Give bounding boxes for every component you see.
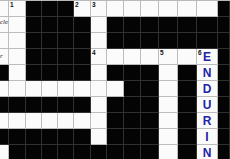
black-cell-r5c8	[124, 81, 141, 97]
cutoff-clue-text-fragment: cle	[0, 19, 8, 26]
cell-r7c12[interactable]: R	[197, 113, 218, 129]
black-cell-r9c8	[124, 145, 141, 159]
cell-r5c7[interactable]	[107, 81, 124, 97]
cell-r7c2[interactable]	[26, 113, 42, 129]
black-cell-r9c9	[141, 145, 159, 159]
black-cell-r6c8	[124, 97, 141, 113]
black-cell-r7c8	[124, 113, 141, 129]
black-cell-r4c8	[124, 65, 141, 81]
black-cell-r1c10	[159, 17, 178, 33]
cell-r6c12[interactable]: U	[197, 97, 218, 113]
cell-r1c6[interactable]	[91, 17, 107, 33]
black-cell-r2c3	[42, 33, 58, 49]
black-cell-r1c9	[141, 17, 159, 33]
black-cell-r7c11	[178, 113, 197, 129]
cell-r0c12[interactable]	[197, 1, 218, 17]
cell-r0c7[interactable]	[107, 1, 124, 17]
cell-r7c10[interactable]	[159, 113, 178, 129]
clue-number-4: 4	[92, 49, 96, 56]
black-cell-r9c7	[107, 145, 124, 159]
black-cell-r8c9	[141, 129, 159, 145]
black-cell-r8c8	[124, 129, 141, 145]
black-cell-r9c3	[42, 145, 58, 159]
black-cell-r6c13	[218, 97, 230, 113]
black-cell-r1c8	[124, 17, 141, 33]
cell-r3c7[interactable]	[107, 49, 124, 65]
cell-r3c12[interactable]: 6E	[197, 49, 218, 65]
black-cell-r8c5	[74, 129, 91, 145]
black-cell-r9c1	[9, 145, 26, 159]
cell-r1c1[interactable]	[9, 17, 26, 33]
black-cell-r6c1	[9, 97, 26, 113]
cell-r7c5[interactable]	[74, 113, 91, 129]
cell-r0c11[interactable]	[178, 1, 197, 17]
cell-r8c6[interactable]	[91, 129, 107, 145]
cell-r5c10[interactable]	[159, 81, 178, 97]
cell-r4c12[interactable]: N	[197, 65, 218, 81]
black-cell-r3c2	[26, 49, 42, 65]
cell-r3c6[interactable]: 4	[91, 49, 107, 65]
cell-r0c9[interactable]	[141, 1, 159, 17]
black-cell-r9c6	[91, 145, 107, 159]
answer-letter-U-r6: U	[197, 97, 217, 112]
black-cell-r8c11	[178, 129, 197, 145]
cell-r6c6[interactable]	[91, 97, 107, 113]
cell-r4c6[interactable]	[91, 65, 107, 81]
cell-r0c0[interactable]	[0, 1, 9, 17]
crossword-grid: 123cler456ENDURIN	[0, 0, 230, 159]
black-cell-r3c3	[42, 49, 58, 65]
black-cell-r2c10	[159, 33, 178, 49]
cell-r0c1[interactable]: 1	[9, 1, 26, 17]
black-cell-r4c11	[178, 65, 197, 81]
black-cell-r4c5	[74, 65, 91, 81]
black-cell-r4c3	[42, 65, 58, 81]
black-cell-r2c4	[58, 33, 74, 49]
black-cell-r1c11	[178, 17, 197, 33]
black-cell-r7c13	[218, 113, 230, 129]
cell-r0c6[interactable]: 3	[91, 1, 107, 17]
black-cell-r5c9	[141, 81, 159, 97]
cell-r5c2[interactable]	[26, 81, 42, 97]
answer-letter-N-r4: N	[197, 65, 217, 80]
cell-r6c10[interactable]	[159, 97, 178, 113]
black-cell-r1c7	[107, 17, 124, 33]
cell-r9c10[interactable]	[159, 145, 178, 159]
black-cell-r6c4	[58, 97, 74, 113]
cell-r2c1[interactable]	[9, 33, 26, 49]
black-cell-r2c8	[124, 33, 141, 49]
cell-r5c4[interactable]	[58, 81, 74, 97]
cell-r0c10[interactable]	[159, 1, 178, 17]
black-cell-r9c4	[58, 145, 74, 159]
crossword-screenshot: 123cler456ENDURIN	[0, 0, 230, 159]
black-cell-r8c2	[26, 129, 42, 145]
black-cell-r8c4	[58, 129, 74, 145]
black-cell-r0c4	[58, 1, 74, 17]
cell-r7c1[interactable]	[9, 113, 26, 129]
black-cell-r6c11	[178, 97, 197, 113]
black-cell-r4c4	[58, 65, 74, 81]
black-cell-r4c13	[218, 65, 230, 81]
cell-r5c1[interactable]	[9, 81, 26, 97]
black-cell-r1c3	[42, 17, 58, 33]
black-cell-r6c9	[141, 97, 159, 113]
cell-r1c0[interactable]: cle	[0, 17, 9, 33]
cell-r7c6[interactable]	[91, 113, 107, 129]
answer-letter-D-r5: D	[197, 81, 217, 96]
black-cell-r3c4	[58, 49, 74, 65]
black-cell-r8c7	[107, 129, 124, 145]
cell-r8c10[interactable]	[159, 129, 178, 145]
black-cell-r1c12	[197, 17, 218, 33]
cell-r8c12[interactable]: I	[197, 129, 218, 145]
black-cell-r2c13	[218, 33, 230, 49]
black-cell-r6c2	[26, 97, 42, 113]
black-cell-r8c1	[9, 129, 26, 145]
black-cell-r2c7	[107, 33, 124, 49]
black-cell-r9c13	[218, 145, 230, 159]
cell-r2c6[interactable]	[91, 33, 107, 49]
answer-letter-N-r9: N	[197, 145, 217, 159]
black-cell-r6c5	[74, 97, 91, 113]
clue-number-5: 5	[160, 49, 164, 56]
cell-r3c10[interactable]: 5	[159, 49, 178, 65]
black-cell-r6c3	[42, 97, 58, 113]
black-cell-r7c7	[107, 113, 124, 129]
cell-r3c0[interactable]: r	[0, 49, 9, 65]
cell-r0c8[interactable]	[124, 1, 141, 17]
black-cell-r8c3	[42, 129, 58, 145]
cell-r4c1[interactable]	[9, 65, 26, 81]
answer-letter-I-r8: I	[197, 129, 217, 144]
black-cell-r3c13	[218, 49, 230, 65]
cell-r7c3[interactable]	[42, 113, 58, 129]
cell-r3c8[interactable]	[124, 49, 141, 65]
black-cell-r5c11	[178, 81, 197, 97]
black-cell-r6c0	[0, 97, 9, 113]
black-cell-r5c13	[218, 81, 230, 97]
black-cell-r2c11	[178, 33, 197, 49]
cell-r9c12[interactable]: N	[197, 145, 218, 159]
cell-r5c3[interactable]	[42, 81, 58, 97]
black-cell-r4c0	[0, 65, 9, 81]
cell-r0c5[interactable]: 2	[74, 1, 91, 17]
cell-r5c6[interactable]	[91, 81, 107, 97]
cell-r5c5[interactable]	[74, 81, 91, 97]
cell-r5c12[interactable]: D	[197, 81, 218, 97]
black-cell-r2c9	[141, 33, 159, 49]
black-cell-r1c2	[26, 17, 42, 33]
cell-r3c9[interactable]	[141, 49, 159, 65]
cell-r7c0[interactable]	[0, 113, 9, 129]
black-cell-r2c12	[197, 33, 218, 49]
black-cell-r9c11	[178, 145, 197, 159]
black-cell-r7c9	[141, 113, 159, 129]
black-cell-r0c2	[26, 1, 42, 17]
black-cell-r6c7	[107, 97, 124, 113]
answer-letter-R-r7: R	[197, 113, 217, 128]
black-cell-r9c2	[26, 145, 42, 159]
black-cell-r2c2	[26, 33, 42, 49]
black-cell-r2c5	[74, 33, 91, 49]
black-cell-r1c5	[74, 17, 91, 33]
black-cell-r4c7	[107, 65, 124, 81]
cell-r7c4[interactable]	[58, 113, 74, 129]
cutoff-clue-text-fragment: r	[0, 53, 3, 60]
clue-number-2: 2	[75, 1, 79, 8]
black-cell-r1c13	[218, 17, 230, 33]
cell-r4c10[interactable]	[159, 65, 178, 81]
black-cell-r9c5	[74, 145, 91, 159]
black-cell-r1c4	[58, 17, 74, 33]
black-cell-r4c9	[141, 65, 159, 81]
black-cell-r8c13	[218, 129, 230, 145]
answer-letter-E-r3: E	[197, 49, 217, 64]
black-cell-r0c3	[42, 1, 58, 17]
black-cell-r8c0	[0, 129, 9, 145]
cell-r2c0[interactable]	[0, 33, 9, 49]
black-cell-r3c5	[74, 49, 91, 65]
cell-r5c0[interactable]	[0, 81, 9, 97]
black-cell-r4c2	[26, 65, 42, 81]
clue-number-1: 1	[10, 1, 14, 8]
clue-number-3: 3	[92, 1, 96, 8]
cell-r3c1[interactable]	[9, 49, 26, 65]
cell-r3c11[interactable]	[178, 49, 197, 65]
cell-r9c0[interactable]	[0, 145, 9, 159]
black-cell-r0c13	[218, 1, 230, 17]
